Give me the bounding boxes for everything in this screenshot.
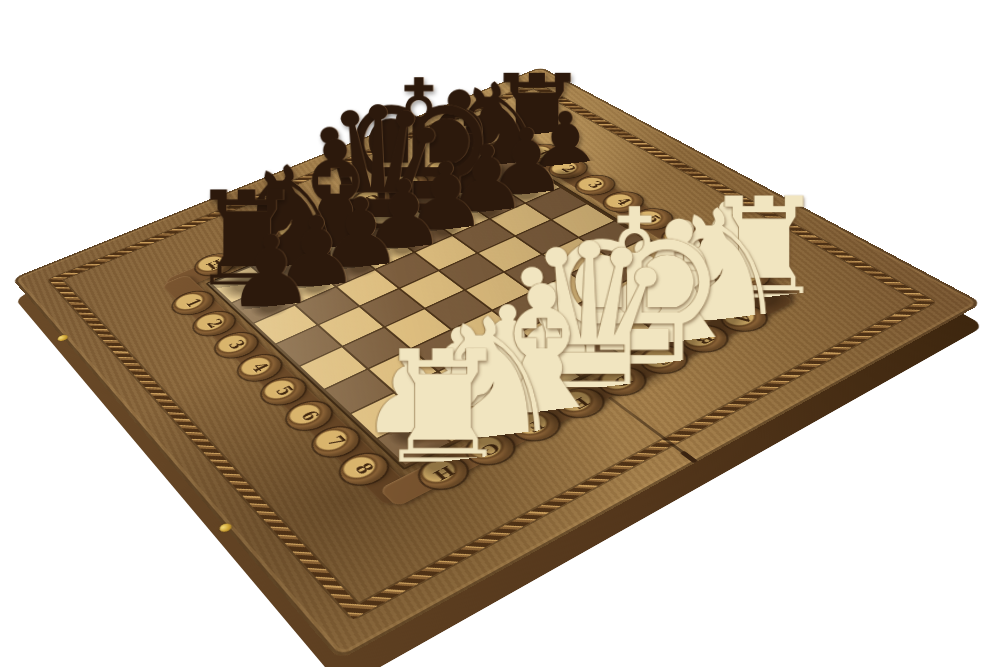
coordinate-character: 7 [322, 433, 349, 450]
coordinate-character: 1 [181, 296, 205, 309]
coordinate-character: F [286, 225, 306, 237]
piece-white-rook-h8[interactable]: ♜ [361, 219, 523, 462]
hinge-pin [56, 334, 69, 342]
photo-background: HGFEDCBA 12345678 12345678 HGFEDCBA ♜♞♝♛… [0, 0, 1000, 667]
hinge-pin [218, 522, 234, 534]
coordinate-character: G [245, 241, 267, 254]
piece-black-pawn-h2[interactable]: ♟ [201, 98, 340, 306]
coordinate-character: H [204, 258, 227, 272]
coordinate-character: 3 [224, 338, 249, 352]
chess-board: HGFEDCBA 12345678 12345678 HGFEDCBA ♜♞♝♛… [12, 67, 983, 660]
